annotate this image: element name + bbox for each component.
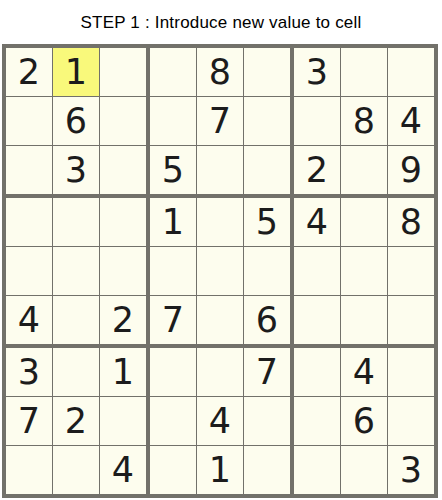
cell-r7c3[interactable]: 1	[100, 348, 146, 396]
box-2-3: 48	[294, 198, 434, 344]
cell-r7c6[interactable]: 7	[244, 348, 290, 396]
cell-r5c2[interactable]	[53, 247, 99, 295]
cell-r1c5[interactable]: 8	[197, 48, 243, 96]
cell-r3c9[interactable]: 9	[388, 146, 434, 194]
cell-r5c8[interactable]	[341, 247, 387, 295]
cell-r2c9[interactable]: 4	[388, 97, 434, 145]
cell-r1c9[interactable]	[388, 48, 434, 96]
box-1-2: 875	[150, 48, 290, 194]
cell-r1c8[interactable]	[341, 48, 387, 96]
cell-r3c3[interactable]	[100, 146, 146, 194]
cell-r6c6[interactable]: 6	[244, 296, 290, 344]
cell-r8c1[interactable]: 7	[6, 397, 52, 445]
cell-r9c4[interactable]	[150, 446, 196, 494]
cell-r9c6[interactable]	[244, 446, 290, 494]
cell-r8c9[interactable]	[388, 397, 434, 445]
cell-r8c4[interactable]	[150, 397, 196, 445]
box-1-3: 38429	[294, 48, 434, 194]
cell-r1c7[interactable]: 3	[294, 48, 340, 96]
cell-r2c8[interactable]: 8	[341, 97, 387, 145]
cell-r8c6[interactable]	[244, 397, 290, 445]
cell-r3c2[interactable]: 3	[53, 146, 99, 194]
cell-r3c6[interactable]	[244, 146, 290, 194]
cell-r1c1[interactable]: 2	[6, 48, 52, 96]
cell-r8c8[interactable]: 6	[341, 397, 387, 445]
cell-r8c3[interactable]	[100, 397, 146, 445]
cell-r4c2[interactable]	[53, 198, 99, 246]
box-2-1: 42	[6, 198, 146, 344]
cell-r5c9[interactable]	[388, 247, 434, 295]
cell-r5c7[interactable]	[294, 247, 340, 295]
cell-r2c5[interactable]: 7	[197, 97, 243, 145]
cell-r2c7[interactable]	[294, 97, 340, 145]
cell-r7c4[interactable]	[150, 348, 196, 396]
cell-r3c8[interactable]	[341, 146, 387, 194]
cell-r5c5[interactable]	[197, 247, 243, 295]
cell-r6c1[interactable]: 4	[6, 296, 52, 344]
cell-r4c5[interactable]	[197, 198, 243, 246]
box-1-1: 2163	[6, 48, 146, 194]
cell-r9c8[interactable]	[341, 446, 387, 494]
cell-r2c4[interactable]	[150, 97, 196, 145]
cell-r4c7[interactable]: 4	[294, 198, 340, 246]
cell-r2c2[interactable]: 6	[53, 97, 99, 145]
cell-r1c2[interactable]: 1	[53, 48, 99, 96]
cell-r7c5[interactable]	[197, 348, 243, 396]
cell-r1c4[interactable]	[150, 48, 196, 96]
box-3-1: 31724	[6, 348, 146, 494]
cell-r3c4[interactable]: 5	[150, 146, 196, 194]
page-title: STEP 1 : Introduce new value to cell	[0, 0, 442, 44]
cell-r3c5[interactable]	[197, 146, 243, 194]
cell-r9c7[interactable]	[294, 446, 340, 494]
cell-r5c6[interactable]	[244, 247, 290, 295]
cell-r6c9[interactable]	[388, 296, 434, 344]
box-2-2: 1576	[150, 198, 290, 344]
cell-r5c3[interactable]	[100, 247, 146, 295]
cell-r7c8[interactable]: 4	[341, 348, 387, 396]
cell-r2c6[interactable]	[244, 97, 290, 145]
cell-r1c3[interactable]	[100, 48, 146, 96]
box-3-2: 741	[150, 348, 290, 494]
cell-r8c7[interactable]	[294, 397, 340, 445]
cell-r9c1[interactable]	[6, 446, 52, 494]
sudoku-board: 2163875384294215764831724741463	[2, 44, 438, 498]
cell-r4c3[interactable]	[100, 198, 146, 246]
cell-r7c2[interactable]	[53, 348, 99, 396]
cell-r4c6[interactable]: 5	[244, 198, 290, 246]
box-3-3: 463	[294, 348, 434, 494]
cell-r4c8[interactable]	[341, 198, 387, 246]
cell-r7c9[interactable]	[388, 348, 434, 396]
cell-r6c8[interactable]	[341, 296, 387, 344]
cell-r4c4[interactable]: 1	[150, 198, 196, 246]
cell-r6c7[interactable]	[294, 296, 340, 344]
cell-r6c2[interactable]	[53, 296, 99, 344]
cell-r5c1[interactable]	[6, 247, 52, 295]
cell-r9c9[interactable]: 3	[388, 446, 434, 494]
cell-r6c5[interactable]	[197, 296, 243, 344]
cell-r9c2[interactable]	[53, 446, 99, 494]
cell-r9c3[interactable]: 4	[100, 446, 146, 494]
cell-r8c5[interactable]: 4	[197, 397, 243, 445]
cell-r4c9[interactable]: 8	[388, 198, 434, 246]
cell-r3c7[interactable]: 2	[294, 146, 340, 194]
cell-r6c4[interactable]: 7	[150, 296, 196, 344]
cell-r2c3[interactable]	[100, 97, 146, 145]
cell-r8c2[interactable]: 2	[53, 397, 99, 445]
cell-r9c5[interactable]: 1	[197, 446, 243, 494]
cell-r3c1[interactable]	[6, 146, 52, 194]
cell-r7c1[interactable]: 3	[6, 348, 52, 396]
cell-r4c1[interactable]	[6, 198, 52, 246]
cell-r7c7[interactable]	[294, 348, 340, 396]
cell-r6c3[interactable]: 2	[100, 296, 146, 344]
cell-r2c1[interactable]	[6, 97, 52, 145]
cell-r1c6[interactable]	[244, 48, 290, 96]
cell-r5c4[interactable]	[150, 247, 196, 295]
